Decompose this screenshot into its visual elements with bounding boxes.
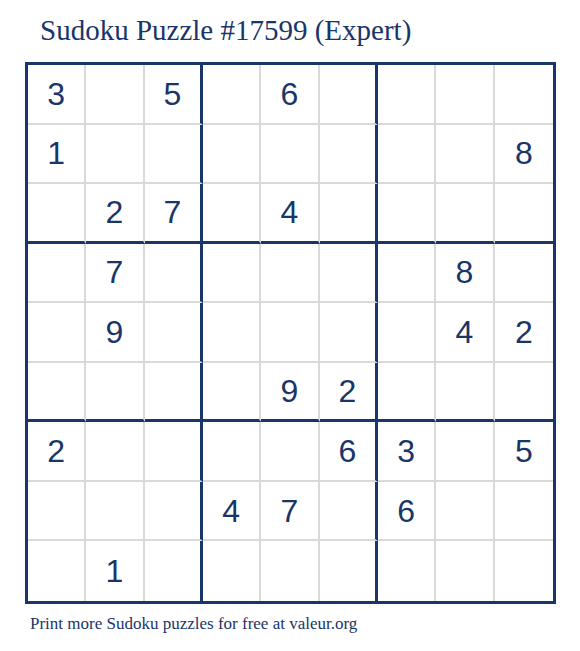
cell-r4c8[interactable]: 8	[436, 244, 494, 304]
cell-r3c6[interactable]	[320, 184, 378, 244]
cell-r8c8[interactable]	[436, 482, 494, 542]
cell-r7c7[interactable]: 3	[378, 422, 436, 482]
cell-r6c9[interactable]	[495, 363, 553, 423]
cell-r4c5[interactable]	[261, 244, 319, 304]
cell-r7c1[interactable]: 2	[28, 422, 86, 482]
cell-r1c6[interactable]	[320, 65, 378, 125]
cell-r2c1[interactable]: 1	[28, 125, 86, 185]
cell-r6c4[interactable]	[203, 363, 261, 423]
cell-r4c1[interactable]	[28, 244, 86, 304]
cell-r8c6[interactable]	[320, 482, 378, 542]
cell-r5c3[interactable]	[145, 303, 203, 363]
cell-r6c6[interactable]: 2	[320, 363, 378, 423]
cell-r6c1[interactable]	[28, 363, 86, 423]
cell-r8c7[interactable]: 6	[378, 482, 436, 542]
cell-r9c8[interactable]	[436, 541, 494, 601]
cell-r8c2[interactable]	[86, 482, 144, 542]
cell-r5c8[interactable]: 4	[436, 303, 494, 363]
cell-r9c3[interactable]	[145, 541, 203, 601]
cell-r2c4[interactable]	[203, 125, 261, 185]
sudoku-board: 35618274789429226354761	[25, 62, 556, 604]
cell-r5c4[interactable]	[203, 303, 261, 363]
cell-r5c9[interactable]: 2	[495, 303, 553, 363]
cell-r9c4[interactable]	[203, 541, 261, 601]
cell-r7c9[interactable]: 5	[495, 422, 553, 482]
cell-r8c4[interactable]: 4	[203, 482, 261, 542]
cell-r5c6[interactable]	[320, 303, 378, 363]
cell-r1c1[interactable]: 3	[28, 65, 86, 125]
cell-r6c2[interactable]	[86, 363, 144, 423]
cell-r1c5[interactable]: 6	[261, 65, 319, 125]
cell-r3c2[interactable]: 2	[86, 184, 144, 244]
cell-r7c2[interactable]	[86, 422, 144, 482]
cell-r1c4[interactable]	[203, 65, 261, 125]
cell-r8c3[interactable]	[145, 482, 203, 542]
cell-r1c7[interactable]	[378, 65, 436, 125]
cell-r2c8[interactable]	[436, 125, 494, 185]
cell-r9c1[interactable]	[28, 541, 86, 601]
cell-r2c3[interactable]	[145, 125, 203, 185]
cell-r3c5[interactable]: 4	[261, 184, 319, 244]
cell-r6c7[interactable]	[378, 363, 436, 423]
cell-r4c4[interactable]	[203, 244, 261, 304]
cell-r1c2[interactable]	[86, 65, 144, 125]
cell-r3c4[interactable]	[203, 184, 261, 244]
cell-r2c9[interactable]: 8	[495, 125, 553, 185]
cell-r9c7[interactable]	[378, 541, 436, 601]
cell-r2c6[interactable]	[320, 125, 378, 185]
cell-r8c5[interactable]: 7	[261, 482, 319, 542]
page-title: Sudoku Puzzle #17599 (Expert)	[40, 14, 411, 47]
cell-r4c9[interactable]	[495, 244, 553, 304]
cell-r6c3[interactable]	[145, 363, 203, 423]
cell-r2c2[interactable]	[86, 125, 144, 185]
cell-r5c2[interactable]: 9	[86, 303, 144, 363]
cell-r8c1[interactable]	[28, 482, 86, 542]
cell-r4c7[interactable]	[378, 244, 436, 304]
cell-r8c9[interactable]	[495, 482, 553, 542]
cell-r6c8[interactable]	[436, 363, 494, 423]
cell-r2c7[interactable]	[378, 125, 436, 185]
cell-r9c5[interactable]	[261, 541, 319, 601]
cell-r4c6[interactable]	[320, 244, 378, 304]
cell-r7c8[interactable]	[436, 422, 494, 482]
cell-r3c1[interactable]	[28, 184, 86, 244]
cell-r9c6[interactable]	[320, 541, 378, 601]
cell-r7c6[interactable]: 6	[320, 422, 378, 482]
cell-r9c9[interactable]	[495, 541, 553, 601]
cell-r3c7[interactable]	[378, 184, 436, 244]
cell-r1c9[interactable]	[495, 65, 553, 125]
cell-r5c1[interactable]	[28, 303, 86, 363]
cell-r7c5[interactable]	[261, 422, 319, 482]
footer-note: Print more Sudoku puzzles for free at va…	[30, 614, 357, 634]
cell-r1c8[interactable]	[436, 65, 494, 125]
cell-r5c5[interactable]	[261, 303, 319, 363]
cell-r3c3[interactable]: 7	[145, 184, 203, 244]
cell-r2c5[interactable]	[261, 125, 319, 185]
cell-r1c3[interactable]: 5	[145, 65, 203, 125]
cell-r6c5[interactable]: 9	[261, 363, 319, 423]
cell-r7c4[interactable]	[203, 422, 261, 482]
cell-r3c8[interactable]	[436, 184, 494, 244]
cell-r5c7[interactable]	[378, 303, 436, 363]
cell-r3c9[interactable]	[495, 184, 553, 244]
cell-r4c3[interactable]	[145, 244, 203, 304]
cell-r9c2[interactable]: 1	[86, 541, 144, 601]
cell-r7c3[interactable]	[145, 422, 203, 482]
cell-r4c2[interactable]: 7	[86, 244, 144, 304]
